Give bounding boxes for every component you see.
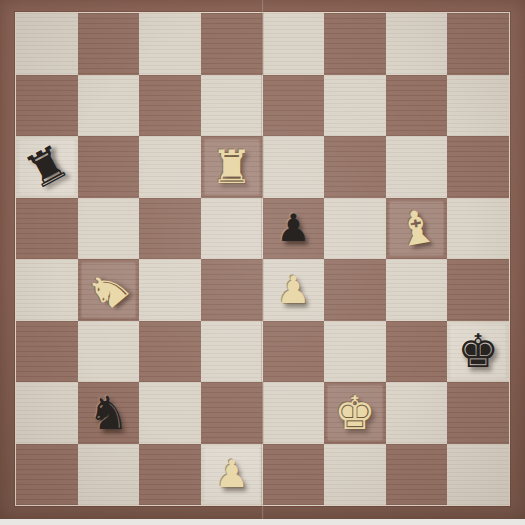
table-background-edge xyxy=(0,519,525,525)
square-e1[interactable] xyxy=(263,444,325,506)
square-d6[interactable]: ♜ xyxy=(201,136,263,198)
square-f3[interactable] xyxy=(324,321,386,383)
square-e6[interactable] xyxy=(263,136,325,198)
square-g1[interactable] xyxy=(386,444,448,506)
square-a6[interactable]: ♜ xyxy=(16,136,78,198)
square-b1[interactable] xyxy=(78,444,140,506)
white-pawn-d1: ♟ xyxy=(215,455,249,493)
board-photo: ♜♜♟♝♞♟♚♞♚♟ xyxy=(0,0,525,525)
square-f8[interactable] xyxy=(324,13,386,75)
square-a3[interactable] xyxy=(16,321,78,383)
board-frame: ♜♜♟♝♞♟♚♞♚♟ xyxy=(0,0,525,519)
square-g7[interactable] xyxy=(386,75,448,137)
square-b5[interactable] xyxy=(78,198,140,260)
square-h1[interactable] xyxy=(447,444,509,506)
square-d1[interactable]: ♟ xyxy=(201,444,263,506)
square-e8[interactable] xyxy=(263,13,325,75)
square-c2[interactable] xyxy=(139,382,201,444)
square-c1[interactable] xyxy=(139,444,201,506)
square-c5[interactable] xyxy=(139,198,201,260)
black-pawn-e5: ♟ xyxy=(276,209,310,247)
square-b4[interactable]: ♞ xyxy=(78,259,140,321)
square-d8[interactable] xyxy=(201,13,263,75)
white-rook-d6: ♜ xyxy=(211,144,252,190)
white-king-f2: ♚ xyxy=(334,390,375,436)
square-h4[interactable] xyxy=(447,259,509,321)
square-h6[interactable] xyxy=(447,136,509,198)
square-e5[interactable]: ♟ xyxy=(263,198,325,260)
square-d7[interactable] xyxy=(201,75,263,137)
square-g4[interactable] xyxy=(386,259,448,321)
square-b2[interactable]: ♞ xyxy=(78,382,140,444)
square-a7[interactable] xyxy=(16,75,78,137)
square-d4[interactable] xyxy=(201,259,263,321)
square-c7[interactable] xyxy=(139,75,201,137)
square-d2[interactable] xyxy=(201,382,263,444)
square-c3[interactable] xyxy=(139,321,201,383)
white-pawn-e4: ♟ xyxy=(276,271,310,309)
square-f6[interactable] xyxy=(324,136,386,198)
black-king-h3: ♚ xyxy=(458,328,499,374)
square-d5[interactable] xyxy=(201,198,263,260)
square-a8[interactable] xyxy=(16,13,78,75)
square-h5[interactable] xyxy=(447,198,509,260)
square-g6[interactable] xyxy=(386,136,448,198)
square-b3[interactable] xyxy=(78,321,140,383)
square-h2[interactable] xyxy=(447,382,509,444)
square-a5[interactable] xyxy=(16,198,78,260)
square-b6[interactable] xyxy=(78,136,140,198)
square-f7[interactable] xyxy=(324,75,386,137)
square-f2[interactable]: ♚ xyxy=(324,382,386,444)
square-e2[interactable] xyxy=(263,382,325,444)
black-knight-b2: ♞ xyxy=(88,390,129,436)
white-bishop-g5: ♝ xyxy=(392,202,441,254)
square-a4[interactable] xyxy=(16,259,78,321)
square-f5[interactable] xyxy=(324,198,386,260)
square-e7[interactable] xyxy=(263,75,325,137)
square-c4[interactable] xyxy=(139,259,201,321)
square-h8[interactable] xyxy=(447,13,509,75)
square-c6[interactable] xyxy=(139,136,201,198)
square-d3[interactable] xyxy=(201,321,263,383)
square-h7[interactable] xyxy=(447,75,509,137)
square-h3[interactable]: ♚ xyxy=(447,321,509,383)
square-g5[interactable]: ♝ xyxy=(386,198,448,260)
square-g2[interactable] xyxy=(386,382,448,444)
square-g3[interactable] xyxy=(386,321,448,383)
square-e3[interactable] xyxy=(263,321,325,383)
square-a1[interactable] xyxy=(16,444,78,506)
playing-area: ♜♜♟♝♞♟♚♞♚♟ xyxy=(15,12,510,506)
square-g8[interactable] xyxy=(386,13,448,75)
square-b7[interactable] xyxy=(78,75,140,137)
square-b8[interactable] xyxy=(78,13,140,75)
square-a2[interactable] xyxy=(16,382,78,444)
square-f4[interactable] xyxy=(324,259,386,321)
square-f1[interactable] xyxy=(324,444,386,506)
square-e4[interactable]: ♟ xyxy=(263,259,325,321)
square-c8[interactable] xyxy=(139,13,201,75)
